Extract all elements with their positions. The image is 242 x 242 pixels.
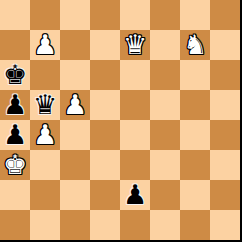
square-h5[interactable] [210,90,240,120]
square-d3[interactable] [90,150,120,180]
square-f7[interactable] [150,30,180,60]
square-a7[interactable] [0,30,30,60]
square-e3[interactable] [120,150,150,180]
piece-black-pawn[interactable]: ♟ [3,90,27,120]
square-a8[interactable] [0,0,30,30]
square-h8[interactable] [210,0,240,30]
square-f1[interactable] [150,210,180,240]
square-b8[interactable] [30,0,60,30]
square-g8[interactable] [180,0,210,30]
square-c2[interactable] [60,180,90,210]
piece-white-pawn[interactable]: ♟ [33,120,57,150]
square-b6[interactable] [30,60,60,90]
square-g4[interactable] [180,120,210,150]
piece-black-king[interactable]: ♚ [3,60,27,90]
square-b1[interactable] [30,210,60,240]
square-e6[interactable] [120,60,150,90]
square-f4[interactable] [150,120,180,150]
square-a4[interactable]: ♟ [0,120,30,150]
square-h6[interactable] [210,60,240,90]
square-d7[interactable] [90,30,120,60]
square-d6[interactable] [90,60,120,90]
square-a2[interactable] [0,180,30,210]
square-e4[interactable] [120,120,150,150]
square-h1[interactable] [210,210,240,240]
chess-board: ♟♛♞♚♟♛♟♟♟♚♟ [0,0,240,240]
piece-black-pawn[interactable]: ♟ [123,180,147,210]
square-b4[interactable]: ♟ [30,120,60,150]
square-a1[interactable] [0,210,30,240]
square-d5[interactable] [90,90,120,120]
square-f8[interactable] [150,0,180,30]
square-a6[interactable]: ♚ [0,60,30,90]
square-b5[interactable]: ♛ [30,90,60,120]
square-d1[interactable] [90,210,120,240]
square-e5[interactable] [120,90,150,120]
square-c3[interactable] [60,150,90,180]
square-h7[interactable] [210,30,240,60]
square-f2[interactable] [150,180,180,210]
square-a3[interactable]: ♚ [0,150,30,180]
square-c8[interactable] [60,0,90,30]
square-g5[interactable] [180,90,210,120]
square-e2[interactable]: ♟ [120,180,150,210]
square-d4[interactable] [90,120,120,150]
piece-white-pawn[interactable]: ♟ [63,90,87,120]
square-b2[interactable] [30,180,60,210]
piece-white-king[interactable]: ♚ [3,150,27,180]
square-b7[interactable]: ♟ [30,30,60,60]
square-e1[interactable] [120,210,150,240]
square-h4[interactable] [210,120,240,150]
square-c7[interactable] [60,30,90,60]
square-c6[interactable] [60,60,90,90]
square-f6[interactable] [150,60,180,90]
square-c1[interactable] [60,210,90,240]
piece-white-queen[interactable]: ♛ [123,30,147,60]
square-d2[interactable] [90,180,120,210]
square-f3[interactable] [150,150,180,180]
chess-app-window: ♟♛♞♚♟♛♟♟♟♚♟ [0,0,242,242]
square-g3[interactable] [180,150,210,180]
square-g2[interactable] [180,180,210,210]
square-g6[interactable] [180,60,210,90]
square-g1[interactable] [180,210,210,240]
square-e8[interactable] [120,0,150,30]
square-b3[interactable] [30,150,60,180]
square-g7[interactable]: ♞ [180,30,210,60]
piece-black-pawn[interactable]: ♟ [3,120,27,150]
square-a5[interactable]: ♟ [0,90,30,120]
square-h3[interactable] [210,150,240,180]
square-c4[interactable] [60,120,90,150]
square-c5[interactable]: ♟ [60,90,90,120]
square-d8[interactable] [90,0,120,30]
square-h2[interactable] [210,180,240,210]
piece-white-knight[interactable]: ♞ [183,30,207,60]
square-f5[interactable] [150,90,180,120]
piece-black-queen[interactable]: ♛ [33,90,57,120]
square-e7[interactable]: ♛ [120,30,150,60]
piece-white-pawn[interactable]: ♟ [33,30,57,60]
